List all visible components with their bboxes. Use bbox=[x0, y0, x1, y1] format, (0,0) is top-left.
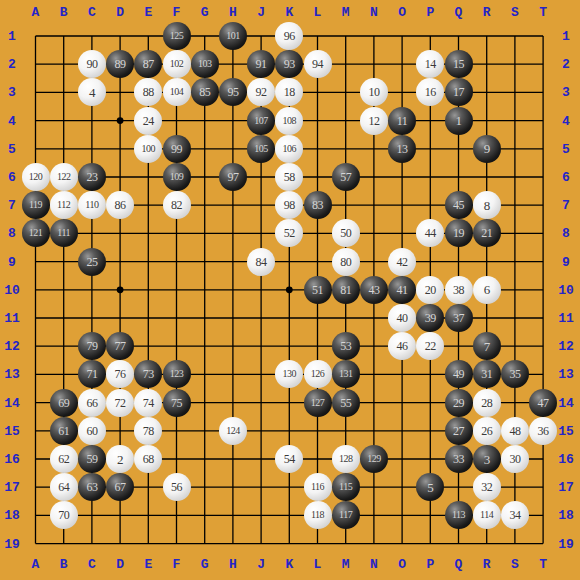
stone-black-49-Q13: 49 bbox=[445, 360, 473, 388]
row-label-right-15: 15 bbox=[558, 424, 574, 437]
stone-black-123-F13: 123 bbox=[163, 360, 191, 388]
col-label-top-O: O bbox=[398, 6, 406, 19]
row-label-right-2: 2 bbox=[562, 58, 570, 71]
row-label-left-2: 2 bbox=[8, 58, 16, 71]
row-label-left-7: 7 bbox=[8, 199, 16, 212]
stone-black-55-M14: 55 bbox=[332, 389, 360, 417]
stone-black-51-L10: 51 bbox=[304, 276, 332, 304]
col-label-top-P: P bbox=[426, 6, 434, 19]
stone-white-4-C3: 4 bbox=[78, 78, 106, 106]
stone-black-83-L7: 83 bbox=[304, 191, 332, 219]
col-label-bottom-G: G bbox=[201, 558, 209, 571]
stone-black-97-H6: 97 bbox=[219, 163, 247, 191]
col-label-top-J: J bbox=[257, 6, 265, 19]
stone-white-14-P2: 14 bbox=[416, 50, 444, 78]
stone-white-64-B17: 64 bbox=[50, 473, 78, 501]
stone-black-3-R16: 3 bbox=[473, 445, 501, 473]
stone-white-62-B16: 62 bbox=[50, 445, 78, 473]
col-label-top-S: S bbox=[511, 6, 519, 19]
stone-black-85-G3: 85 bbox=[191, 78, 219, 106]
stone-white-10-N3: 10 bbox=[360, 78, 388, 106]
stone-black-109-F6: 109 bbox=[163, 163, 191, 191]
stone-white-2-D16: 2 bbox=[106, 445, 134, 473]
stone-black-87-E2: 87 bbox=[134, 50, 162, 78]
stone-white-50-M8: 50 bbox=[332, 219, 360, 247]
col-label-top-Q: Q bbox=[455, 6, 463, 19]
stone-black-53-M12: 53 bbox=[332, 332, 360, 360]
col-label-top-G: G bbox=[201, 6, 209, 19]
row-label-right-7: 7 bbox=[562, 199, 570, 212]
stone-black-31-R13: 31 bbox=[473, 360, 501, 388]
col-label-top-A: A bbox=[32, 6, 40, 19]
stone-black-73-E13: 73 bbox=[134, 360, 162, 388]
stone-white-42-O9: 42 bbox=[388, 248, 416, 276]
row-label-right-14: 14 bbox=[558, 396, 574, 409]
col-label-bottom-M: M bbox=[342, 558, 350, 571]
col-label-bottom-T: T bbox=[539, 558, 547, 571]
stone-black-5-P17: 5 bbox=[416, 473, 444, 501]
row-label-left-19: 19 bbox=[4, 537, 20, 550]
stone-white-126-L13: 126 bbox=[304, 360, 332, 388]
stone-black-131-M13: 131 bbox=[332, 360, 360, 388]
stone-black-99-F5: 99 bbox=[163, 135, 191, 163]
col-label-bottom-J: J bbox=[257, 558, 265, 571]
row-label-left-10: 10 bbox=[4, 283, 20, 296]
row-label-right-1: 1 bbox=[562, 30, 570, 43]
stone-black-59-C16: 59 bbox=[78, 445, 106, 473]
stone-white-18-K3: 18 bbox=[275, 78, 303, 106]
stone-white-100-E5: 100 bbox=[134, 135, 162, 163]
row-label-right-4: 4 bbox=[562, 114, 570, 127]
col-label-bottom-S: S bbox=[511, 558, 519, 571]
col-label-bottom-Q: Q bbox=[455, 558, 463, 571]
stone-black-35-S13: 35 bbox=[501, 360, 529, 388]
stone-white-118-L18: 118 bbox=[304, 501, 332, 529]
stone-white-32-R17: 32 bbox=[473, 473, 501, 501]
row-label-left-13: 13 bbox=[4, 368, 20, 381]
row-label-right-12: 12 bbox=[558, 340, 574, 353]
row-label-left-4: 4 bbox=[8, 114, 16, 127]
stone-black-27-Q15: 27 bbox=[445, 417, 473, 445]
stone-white-16-P3: 16 bbox=[416, 78, 444, 106]
col-label-bottom-P: P bbox=[426, 558, 434, 571]
col-label-top-L: L bbox=[314, 6, 322, 19]
row-label-left-14: 14 bbox=[4, 396, 20, 409]
stone-black-11-O4: 11 bbox=[388, 107, 416, 135]
stone-black-115-M17: 115 bbox=[332, 473, 360, 501]
stone-white-20-P10: 20 bbox=[416, 276, 444, 304]
stone-black-33-Q16: 33 bbox=[445, 445, 473, 473]
row-label-left-1: 1 bbox=[8, 30, 16, 43]
stone-black-61-B15: 61 bbox=[50, 417, 78, 445]
row-label-left-11: 11 bbox=[4, 312, 20, 325]
stone-white-46-O12: 46 bbox=[388, 332, 416, 360]
stone-white-120-A6: 120 bbox=[22, 163, 50, 191]
stone-black-43-N10: 43 bbox=[360, 276, 388, 304]
col-label-top-B: B bbox=[60, 6, 68, 19]
row-label-left-9: 9 bbox=[8, 255, 16, 268]
stone-black-129-N16: 129 bbox=[360, 445, 388, 473]
row-label-right-11: 11 bbox=[558, 312, 574, 325]
row-label-right-9: 9 bbox=[562, 255, 570, 268]
stone-white-92-J3: 92 bbox=[247, 78, 275, 106]
stone-white-22-P12: 22 bbox=[416, 332, 444, 360]
star-point-K10 bbox=[286, 286, 293, 293]
stone-white-78-E15: 78 bbox=[134, 417, 162, 445]
col-label-bottom-R: R bbox=[483, 558, 491, 571]
stone-black-41-O10: 41 bbox=[388, 276, 416, 304]
star-point-D4 bbox=[117, 117, 124, 124]
stone-white-106-K5: 106 bbox=[275, 135, 303, 163]
col-label-bottom-N: N bbox=[370, 558, 378, 571]
col-label-top-K: K bbox=[285, 6, 293, 19]
stone-black-95-H3: 95 bbox=[219, 78, 247, 106]
row-label-right-5: 5 bbox=[562, 142, 570, 155]
row-label-right-10: 10 bbox=[558, 283, 574, 296]
stone-white-82-F7: 82 bbox=[163, 191, 191, 219]
stone-black-119-A7: 119 bbox=[22, 191, 50, 219]
col-label-bottom-E: E bbox=[144, 558, 152, 571]
stone-white-84-J9: 84 bbox=[247, 248, 275, 276]
row-label-left-17: 17 bbox=[4, 481, 20, 494]
col-label-top-M: M bbox=[342, 6, 350, 19]
stone-black-77-D12: 77 bbox=[106, 332, 134, 360]
stone-white-116-L17: 116 bbox=[304, 473, 332, 501]
row-label-left-8: 8 bbox=[8, 227, 16, 240]
stone-white-86-D7: 86 bbox=[106, 191, 134, 219]
col-label-top-D: D bbox=[116, 6, 124, 19]
stone-white-54-K16: 54 bbox=[275, 445, 303, 473]
stone-white-124-H15: 124 bbox=[219, 417, 247, 445]
stone-white-108-K4: 108 bbox=[275, 107, 303, 135]
stone-black-13-O5: 13 bbox=[388, 135, 416, 163]
stone-white-104-F3: 104 bbox=[163, 78, 191, 106]
stone-black-25-C9: 25 bbox=[78, 248, 106, 276]
stone-black-107-J4: 107 bbox=[247, 107, 275, 135]
row-label-left-16: 16 bbox=[4, 453, 20, 466]
stone-white-130-K13: 130 bbox=[275, 360, 303, 388]
stone-black-63-C17: 63 bbox=[78, 473, 106, 501]
stone-black-113-Q18: 113 bbox=[445, 501, 473, 529]
stone-black-127-L14: 127 bbox=[304, 389, 332, 417]
stone-black-45-Q7: 45 bbox=[445, 191, 473, 219]
col-label-bottom-B: B bbox=[60, 558, 68, 571]
stone-black-117-M18: 117 bbox=[332, 501, 360, 529]
stone-black-7-R12: 7 bbox=[473, 332, 501, 360]
stone-white-6-R10: 6 bbox=[473, 276, 501, 304]
stone-black-71-C13: 71 bbox=[78, 360, 106, 388]
stone-white-74-E14: 74 bbox=[134, 389, 162, 417]
stone-white-28-R14: 28 bbox=[473, 389, 501, 417]
row-label-left-12: 12 bbox=[4, 340, 20, 353]
row-label-left-18: 18 bbox=[4, 509, 20, 522]
stone-white-48-S15: 48 bbox=[501, 417, 529, 445]
stone-white-102-F2: 102 bbox=[163, 50, 191, 78]
col-label-top-E: E bbox=[144, 6, 152, 19]
go-board[interactable]: AABBCCDDEEFFGGHHJJKKLLMMNNOOPPQQRRSSTT11… bbox=[0, 0, 580, 580]
stone-white-52-K8: 52 bbox=[275, 219, 303, 247]
col-label-bottom-C: C bbox=[88, 558, 96, 571]
stone-black-105-J5: 105 bbox=[247, 135, 275, 163]
stone-black-15-Q2: 15 bbox=[445, 50, 473, 78]
row-label-right-6: 6 bbox=[562, 171, 570, 184]
stone-white-30-S16: 30 bbox=[501, 445, 529, 473]
col-label-top-H: H bbox=[229, 6, 237, 19]
stone-white-60-C15: 60 bbox=[78, 417, 106, 445]
stone-black-67-D17: 67 bbox=[106, 473, 134, 501]
stone-black-111-B8: 111 bbox=[50, 219, 78, 247]
stone-black-39-P11: 39 bbox=[416, 304, 444, 332]
stone-white-72-D14: 72 bbox=[106, 389, 134, 417]
stone-black-19-Q8: 19 bbox=[445, 219, 473, 247]
stone-white-94-L2: 94 bbox=[304, 50, 332, 78]
stone-white-90-C2: 90 bbox=[78, 50, 106, 78]
stone-white-110-C7: 110 bbox=[78, 191, 106, 219]
stone-white-26-R15: 26 bbox=[473, 417, 501, 445]
col-label-top-F: F bbox=[173, 6, 181, 19]
stone-white-76-D13: 76 bbox=[106, 360, 134, 388]
stone-white-88-E3: 88 bbox=[134, 78, 162, 106]
col-label-top-R: R bbox=[483, 6, 491, 19]
stone-white-44-P8: 44 bbox=[416, 219, 444, 247]
stone-white-38-Q10: 38 bbox=[445, 276, 473, 304]
stone-white-96-K1: 96 bbox=[275, 22, 303, 50]
stone-white-56-F17: 56 bbox=[163, 473, 191, 501]
stone-black-57-M6: 57 bbox=[332, 163, 360, 191]
stone-black-75-F14: 75 bbox=[163, 389, 191, 417]
col-label-top-T: T bbox=[539, 6, 547, 19]
stone-white-98-K7: 98 bbox=[275, 191, 303, 219]
stone-white-80-M9: 80 bbox=[332, 248, 360, 276]
col-label-bottom-K: K bbox=[285, 558, 293, 571]
stone-black-21-R8: 21 bbox=[473, 219, 501, 247]
row-label-right-8: 8 bbox=[562, 227, 570, 240]
row-label-right-18: 18 bbox=[558, 509, 574, 522]
stone-black-23-C6: 23 bbox=[78, 163, 106, 191]
stone-white-36-T15: 36 bbox=[529, 417, 557, 445]
row-label-right-19: 19 bbox=[558, 537, 574, 550]
stone-black-29-Q14: 29 bbox=[445, 389, 473, 417]
col-label-bottom-F: F bbox=[173, 558, 181, 571]
stone-white-24-E4: 24 bbox=[134, 107, 162, 135]
stone-white-112-B7: 112 bbox=[50, 191, 78, 219]
stone-black-91-J2: 91 bbox=[247, 50, 275, 78]
stone-white-66-C14: 66 bbox=[78, 389, 106, 417]
stone-black-89-D2: 89 bbox=[106, 50, 134, 78]
stone-white-58-K6: 58 bbox=[275, 163, 303, 191]
stone-white-68-E16: 68 bbox=[134, 445, 162, 473]
row-label-right-3: 3 bbox=[562, 86, 570, 99]
col-label-bottom-O: O bbox=[398, 558, 406, 571]
row-label-left-5: 5 bbox=[8, 142, 16, 155]
col-label-bottom-L: L bbox=[314, 558, 322, 571]
stone-white-34-S18: 34 bbox=[501, 501, 529, 529]
stone-white-70-B18: 70 bbox=[50, 501, 78, 529]
stone-black-47-T14: 47 bbox=[529, 389, 557, 417]
stone-black-125-F1: 125 bbox=[163, 22, 191, 50]
row-label-left-15: 15 bbox=[4, 424, 20, 437]
col-label-bottom-D: D bbox=[116, 558, 124, 571]
stone-black-93-K2: 93 bbox=[275, 50, 303, 78]
stone-black-101-H1: 101 bbox=[219, 22, 247, 50]
star-point-D10 bbox=[117, 286, 124, 293]
stone-white-122-B6: 122 bbox=[50, 163, 78, 191]
row-label-right-13: 13 bbox=[558, 368, 574, 381]
col-label-top-N: N bbox=[370, 6, 378, 19]
stone-black-81-M10: 81 bbox=[332, 276, 360, 304]
stone-black-9-R5: 9 bbox=[473, 135, 501, 163]
stone-white-12-N4: 12 bbox=[360, 107, 388, 135]
stone-black-121-A8: 121 bbox=[22, 219, 50, 247]
stone-black-37-Q11: 37 bbox=[445, 304, 473, 332]
col-label-top-C: C bbox=[88, 6, 96, 19]
row-label-left-3: 3 bbox=[8, 86, 16, 99]
stone-white-40-O11: 40 bbox=[388, 304, 416, 332]
stone-black-79-C12: 79 bbox=[78, 332, 106, 360]
stone-black-69-B14: 69 bbox=[50, 389, 78, 417]
stone-white-114-R18: 114 bbox=[473, 501, 501, 529]
stone-black-103-G2: 103 bbox=[191, 50, 219, 78]
stone-black-1-Q4: 1 bbox=[445, 107, 473, 135]
row-label-right-16: 16 bbox=[558, 453, 574, 466]
stone-white-8-R7: 8 bbox=[473, 191, 501, 219]
row-label-right-17: 17 bbox=[558, 481, 574, 494]
row-label-left-6: 6 bbox=[8, 171, 16, 184]
col-label-bottom-A: A bbox=[32, 558, 40, 571]
stone-white-128-M16: 128 bbox=[332, 445, 360, 473]
stone-black-17-Q3: 17 bbox=[445, 78, 473, 106]
col-label-bottom-H: H bbox=[229, 558, 237, 571]
